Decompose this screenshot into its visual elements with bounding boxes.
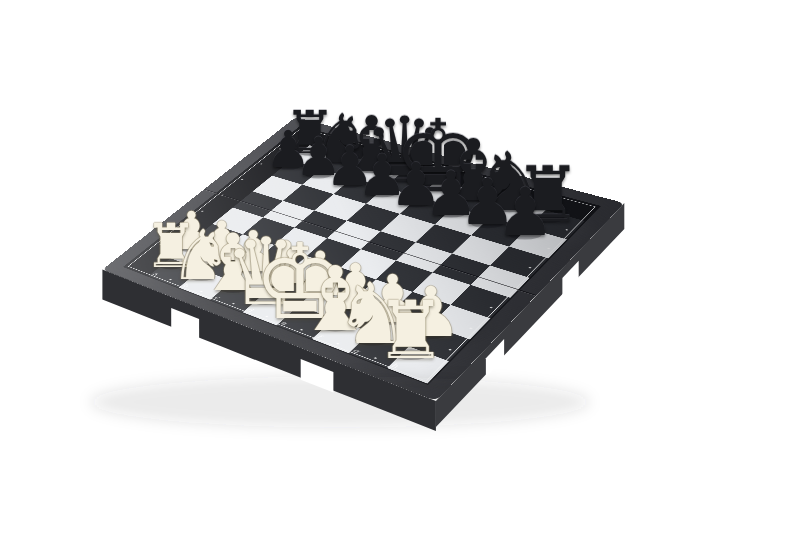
piece-white-rook-h1[interactable]: ♜ bbox=[375, 290, 447, 370]
chess-set-photo: abcdefgh ♜♞♝♛♚♝♞♜♟♟♟♟♟♟♟♟♟♟♟♟♟♟♟♟♜♞♝♛♚♝♞… bbox=[0, 0, 800, 533]
piece-black-pawn-h7[interactable]: ♟ bbox=[495, 181, 554, 247]
